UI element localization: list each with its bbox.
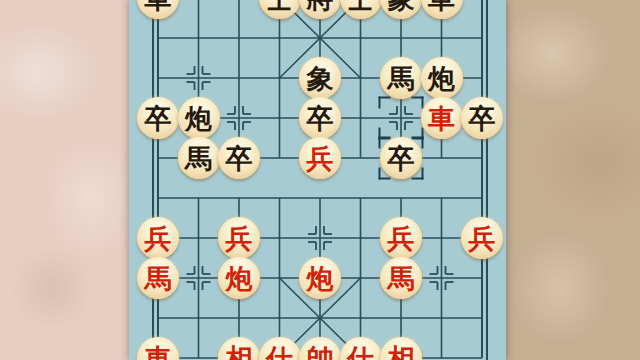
table-background-right bbox=[506, 0, 640, 360]
piece-red-chariot[interactable]: 車 bbox=[137, 337, 179, 360]
piece-black-advisor[interactable]: 士 bbox=[259, 0, 301, 19]
piece-black-soldier[interactable]: 卒 bbox=[218, 137, 260, 179]
piece-red-soldier[interactable]: 兵 bbox=[299, 137, 341, 179]
piece-red-horse[interactable]: 馬 bbox=[137, 257, 179, 299]
piece-grid: 車士將士象車象馬炮卒炮卒車卒馬卒兵卒兵兵兵兵馬炮炮馬車相仕帥仕相 bbox=[138, 0, 503, 360]
table-background-left bbox=[0, 0, 129, 360]
piece-red-soldier[interactable]: 兵 bbox=[218, 217, 260, 259]
xiangqi-app-screen: { "game": "xiangqi", "position": { "fen"… bbox=[0, 0, 640, 360]
piece-black-cannon[interactable]: 炮 bbox=[421, 57, 463, 99]
piece-red-soldier[interactable]: 兵 bbox=[380, 217, 422, 259]
piece-black-soldier[interactable]: 卒 bbox=[137, 97, 179, 139]
piece-red-cannon[interactable]: 炮 bbox=[299, 257, 341, 299]
piece-black-cannon[interactable]: 炮 bbox=[178, 97, 220, 139]
piece-black-horse[interactable]: 馬 bbox=[178, 137, 220, 179]
piece-black-soldier[interactable]: 卒 bbox=[461, 97, 503, 139]
piece-black-chariot[interactable]: 車 bbox=[421, 0, 463, 19]
piece-red-soldier[interactable]: 兵 bbox=[461, 217, 503, 259]
piece-black-horse[interactable]: 馬 bbox=[380, 57, 422, 99]
bracket-corner bbox=[379, 97, 391, 109]
piece-black-soldier[interactable]: 卒 bbox=[380, 137, 422, 179]
piece-red-cannon[interactable]: 炮 bbox=[218, 257, 260, 299]
xiangqi-board[interactable]: 車士將士象車象馬炮卒炮卒車卒馬卒兵卒兵兵兵兵馬炮炮馬車相仕帥仕相 bbox=[129, 0, 506, 360]
piece-red-soldier[interactable]: 兵 bbox=[137, 217, 179, 259]
last-move-from-marker bbox=[379, 97, 424, 140]
piece-red-chariot[interactable]: 車 bbox=[421, 97, 463, 139]
piece-red-advisor[interactable]: 仕 bbox=[259, 337, 301, 360]
piece-black-chariot[interactable]: 車 bbox=[137, 0, 179, 19]
piece-black-elephant[interactable]: 象 bbox=[380, 0, 422, 19]
piece-black-soldier[interactable]: 卒 bbox=[299, 97, 341, 139]
piece-black-general[interactable]: 將 bbox=[299, 0, 341, 19]
piece-red-horse[interactable]: 馬 bbox=[380, 257, 422, 299]
piece-red-advisor[interactable]: 仕 bbox=[340, 337, 382, 360]
piece-red-elephant[interactable]: 相 bbox=[218, 337, 260, 360]
piece-red-general[interactable]: 帥 bbox=[299, 337, 341, 360]
piece-black-elephant[interactable]: 象 bbox=[299, 57, 341, 99]
piece-red-elephant[interactable]: 相 bbox=[380, 337, 422, 360]
piece-black-advisor[interactable]: 士 bbox=[340, 0, 382, 19]
